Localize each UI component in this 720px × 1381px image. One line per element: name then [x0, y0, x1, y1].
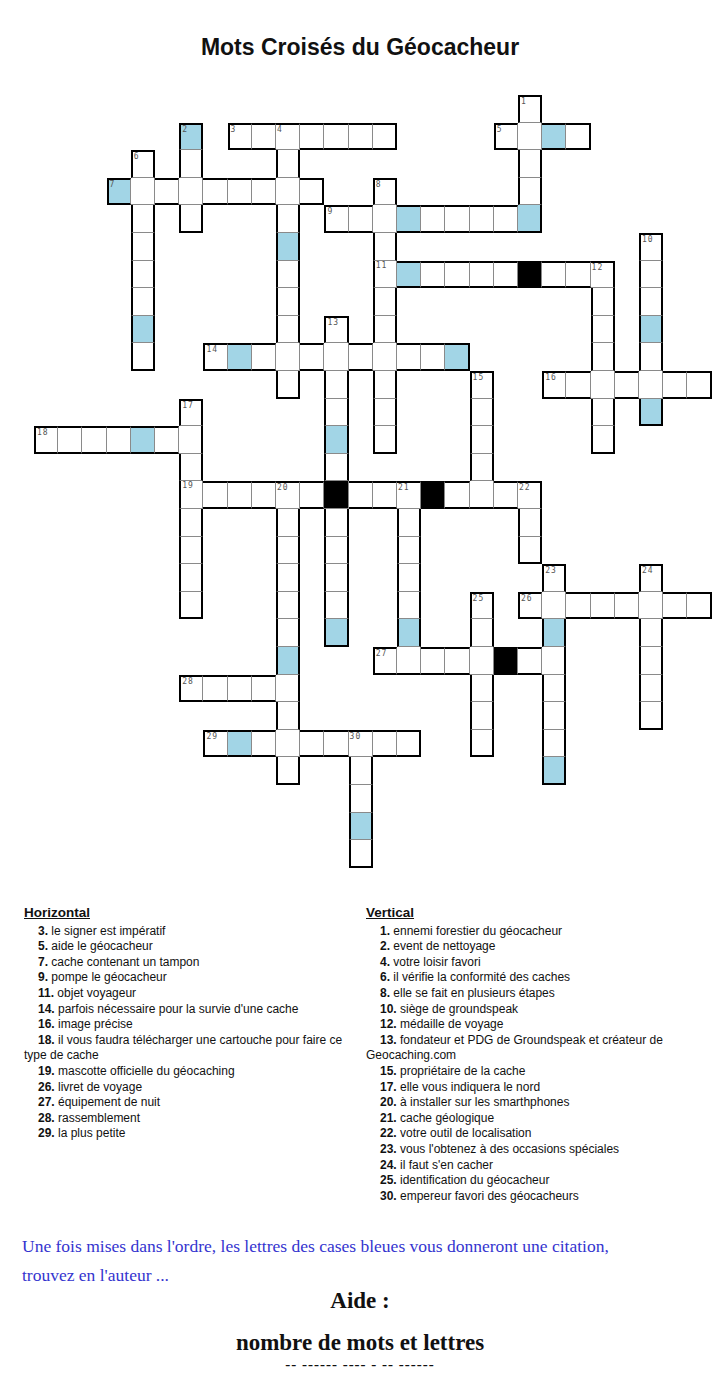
clue-number: 11. [38, 986, 54, 1000]
grid-cell[interactable] [82, 426, 106, 454]
grid-cell[interactable] [349, 757, 373, 785]
grid-cell[interactable] [276, 592, 300, 620]
grid-cell[interactable] [542, 592, 566, 620]
blue-citation-cell[interactable] [228, 343, 252, 371]
clue-item: 9. pompe le géocacheur [24, 970, 359, 986]
clue-item: 26. livret de voyage [24, 1080, 359, 1096]
clue-number: 7. [38, 955, 48, 969]
across-clues: Horizontal 3. le signer est impératif5. … [24, 905, 359, 1142]
grid-cell[interactable] [615, 592, 639, 620]
grid-cell[interactable] [179, 537, 203, 565]
citation-line-2: trouvez en l'auteur ... [22, 1261, 712, 1290]
grid-cell[interactable] [179, 509, 203, 537]
grid-cell[interactable] [615, 371, 639, 399]
clue-number: 29. [38, 1126, 55, 1140]
grid-cell[interactable]: 27 [373, 647, 397, 675]
cell-number: 23 [545, 566, 557, 575]
grid-cell[interactable]: 10 [639, 233, 663, 261]
grid-cell[interactable]: 13 [324, 316, 348, 344]
blue-citation-cell[interactable] [397, 205, 421, 233]
grid-cell[interactable] [470, 454, 494, 482]
grid-cell[interactable] [228, 178, 252, 206]
grid-cell[interactable]: 18 [34, 426, 58, 454]
clue-item: 3. le signer est impératif [24, 924, 359, 940]
grid-cell[interactable] [324, 730, 348, 758]
grid-cell[interactable] [566, 371, 590, 399]
cell-number: 3 [231, 125, 237, 134]
grid-cell[interactable] [324, 454, 348, 482]
grid-cell[interactable]: 21 [397, 481, 421, 509]
grid-cell[interactable] [470, 205, 494, 233]
grid-cell[interactable]: 14 [203, 343, 227, 371]
grid-cell[interactable] [179, 592, 203, 620]
cell-number: 1 [521, 97, 527, 106]
black-cell [494, 647, 518, 675]
grid-cell[interactable] [397, 343, 421, 371]
grid-cell[interactable]: 11 [373, 261, 397, 289]
grid-cell[interactable] [276, 371, 300, 399]
cell-number: 15 [473, 373, 485, 382]
blue-citation-cell[interactable] [276, 233, 300, 261]
cell-number: 11 [376, 261, 388, 270]
grid-cell[interactable] [252, 343, 276, 371]
grid-cell[interactable]: 4 [276, 123, 300, 151]
grid-cell[interactable] [663, 371, 687, 399]
grid-cell[interactable] [131, 178, 155, 206]
grid-cell[interactable] [276, 288, 300, 316]
clue-item: 13. fondateur et PDG de Groundspeak et c… [366, 1033, 716, 1064]
grid-cell[interactable] [518, 647, 542, 675]
grid-cell[interactable] [542, 675, 566, 703]
clue-number: 18. [38, 1033, 55, 1047]
cell-number: 22 [519, 483, 531, 492]
grid-cell[interactable]: 30 [349, 730, 373, 758]
grid-cell[interactable] [349, 123, 373, 151]
blue-citation-cell[interactable] [639, 399, 663, 427]
cell-number: 8 [376, 180, 382, 189]
grid-cell[interactable]: 22 [518, 481, 542, 509]
grid-cell[interactable] [179, 150, 203, 178]
clue-number: 21. [380, 1111, 397, 1125]
clue-item: 7. cache contenant un tampon [24, 955, 359, 971]
blue-citation-cell[interactable]: 7 [107, 178, 131, 206]
cell-number: 7 [110, 180, 116, 189]
clue-number: 25. [380, 1173, 397, 1187]
grid-cell[interactable] [252, 123, 276, 151]
grid-cell[interactable] [373, 371, 397, 399]
citation-instructions: Une fois mises dans l'ordre, les lettres… [22, 1232, 712, 1290]
clue-item: 14. parfois nécessaire pour la survie d'… [24, 1002, 359, 1018]
grid-cell[interactable] [324, 564, 348, 592]
clue-item: 19. mascotte officielle du géocaching [24, 1064, 359, 1080]
grid-cell[interactable] [131, 288, 155, 316]
grid-cell[interactable] [373, 233, 397, 261]
grid-cell[interactable] [276, 730, 300, 758]
grid-cell[interactable] [324, 123, 348, 151]
grid-cell[interactable]: 1 [518, 95, 542, 123]
grid-cell[interactable] [349, 840, 373, 868]
grid-cell[interactable] [470, 675, 494, 703]
grid-cell[interactable] [494, 205, 518, 233]
cell-number: 30 [350, 732, 362, 741]
grid-cell[interactable] [349, 343, 373, 371]
grid-cell[interactable] [591, 343, 615, 371]
grid-cell[interactable] [276, 619, 300, 647]
letter-pattern: -- ------ ---- - -- ------ [0, 1356, 720, 1373]
grid-cell[interactable] [349, 785, 373, 813]
grid-cell[interactable] [131, 343, 155, 371]
clue-item: 4. votre loisir favori [366, 955, 716, 971]
grid-cell[interactable] [518, 150, 542, 178]
grid-cell[interactable] [373, 343, 397, 371]
grid-cell[interactable]: 17 [179, 399, 203, 427]
grid-cell[interactable]: 25 [470, 592, 494, 620]
grid-cell[interactable] [228, 675, 252, 703]
grid-cell[interactable] [373, 426, 397, 454]
clue-number: 16. [38, 1017, 55, 1031]
cell-number: 5 [497, 125, 503, 134]
grid-cell[interactable] [421, 647, 445, 675]
blue-citation-cell[interactable] [228, 730, 252, 758]
blue-citation-cell[interactable] [276, 647, 300, 675]
blue-citation-cell[interactable] [349, 813, 373, 841]
grid-cell[interactable] [300, 343, 324, 371]
grid-cell[interactable] [373, 123, 397, 151]
clue-item: 24. il faut s'en cacher [366, 1158, 716, 1174]
clue-item: 29. la plus petite [24, 1126, 359, 1142]
clue-number: 24. [380, 1158, 397, 1172]
grid-cell[interactable] [566, 123, 590, 151]
clue-number: 1. [380, 924, 390, 938]
blue-citation-cell[interactable] [542, 123, 566, 151]
grid-cell[interactable]: 28 [179, 675, 203, 703]
grid-cell[interactable] [494, 481, 518, 509]
blue-citation-cell[interactable] [518, 205, 542, 233]
grid-cell[interactable] [179, 205, 203, 233]
blue-citation-cell[interactable] [542, 619, 566, 647]
grid-cell[interactable]: 8 [373, 178, 397, 206]
grid-cell[interactable] [179, 454, 203, 482]
grid-cell[interactable] [470, 730, 494, 758]
cell-number: 18 [37, 428, 49, 437]
grid-cell[interactable] [276, 178, 300, 206]
citation-line-1: Une fois mises dans l'ordre, les lettres… [22, 1232, 712, 1261]
clue-number: 30. [380, 1189, 397, 1203]
grid-cell[interactable] [639, 261, 663, 289]
grid-cell[interactable] [542, 702, 566, 730]
grid-cell[interactable] [373, 316, 397, 344]
grid-cell[interactable] [470, 481, 494, 509]
grid-cell[interactable] [566, 261, 590, 289]
grid-cell[interactable] [518, 537, 542, 565]
grid-cell[interactable]: 29 [203, 730, 227, 758]
clue-item: 17. elle vous indiquera le nord [366, 1080, 716, 1096]
grid-cell[interactable] [252, 178, 276, 206]
grid-cell[interactable]: 15 [470, 371, 494, 399]
grid-cell[interactable] [397, 537, 421, 565]
clue-number: 28. [38, 1111, 55, 1125]
blue-citation-cell[interactable] [131, 316, 155, 344]
blue-citation-cell[interactable] [397, 619, 421, 647]
cell-number: 12 [592, 263, 604, 272]
cell-number: 19 [182, 481, 194, 490]
clue-number: 3. [38, 924, 48, 938]
clue-item: 15. propriétaire de la cache [366, 1064, 716, 1080]
grid-cell[interactable] [542, 647, 566, 675]
grid-cell[interactable] [639, 647, 663, 675]
help-heading: Aide : [0, 1288, 720, 1314]
grid-cell[interactable] [276, 150, 300, 178]
clue-number: 22. [380, 1126, 397, 1140]
clue-number: 17. [380, 1080, 397, 1094]
down-clues-title: Vertical [366, 905, 716, 921]
clue-item: 5. aide le géocacheur [24, 939, 359, 955]
grid-cell[interactable] [203, 481, 227, 509]
cell-number: 4 [277, 125, 283, 134]
crossword-grid: 1234567891011121314151617181920212223242… [34, 95, 712, 869]
grid-cell[interactable] [397, 592, 421, 620]
page-title: Mots Croisés du Géocacheur [0, 34, 720, 61]
cell-number: 17 [182, 401, 194, 410]
grid-cell[interactable] [663, 592, 687, 620]
grid-cell[interactable]: 6 [131, 150, 155, 178]
grid-cell[interactable] [179, 178, 203, 206]
grid-cell[interactable] [591, 316, 615, 344]
grid-cell[interactable] [300, 730, 324, 758]
grid-cell[interactable] [107, 426, 131, 454]
clue-number: 12. [380, 1017, 397, 1031]
cell-number: 26 [521, 594, 533, 603]
grid-cell[interactable] [276, 316, 300, 344]
grid-cell[interactable] [300, 481, 324, 509]
grid-cell[interactable] [252, 730, 276, 758]
clue-item: 28. rassemblement [24, 1111, 359, 1127]
grid-cell[interactable] [687, 371, 711, 399]
grid-cell[interactable] [445, 261, 469, 289]
grid-cell[interactable] [349, 205, 373, 233]
grid-cell[interactable] [373, 399, 397, 427]
across-clues-title: Horizontal [24, 905, 359, 921]
grid-cell[interactable]: 5 [494, 123, 518, 151]
grid-cell[interactable] [639, 592, 663, 620]
grid-cell[interactable] [397, 647, 421, 675]
grid-cell[interactable] [591, 426, 615, 454]
clue-item: 12. médaille de voyage [366, 1017, 716, 1033]
grid-cell[interactable] [276, 702, 300, 730]
clue-item: 25. identification du géocacheur [366, 1173, 716, 1189]
clue-item: 27. équipement de nuit [24, 1095, 359, 1111]
clue-item: 30. empereur favori des géocacheurs [366, 1189, 716, 1205]
clue-item: 22. votre outil de localisation [366, 1126, 716, 1142]
grid-cell[interactable] [421, 205, 445, 233]
grid-cell[interactable] [276, 675, 300, 703]
grid-cell[interactable] [591, 288, 615, 316]
grid-cell[interactable] [324, 537, 348, 565]
grid-cell[interactable]: 9 [324, 205, 348, 233]
grid-cell[interactable] [300, 123, 324, 151]
grid-cell[interactable] [639, 702, 663, 730]
clue-number: 8. [380, 986, 390, 1000]
grid-cell[interactable] [276, 757, 300, 785]
blue-citation-cell[interactable] [324, 619, 348, 647]
grid-cell[interactable] [397, 509, 421, 537]
grid-cell[interactable] [687, 592, 711, 620]
grid-cell[interactable] [203, 178, 227, 206]
blue-citation-cell[interactable] [542, 757, 566, 785]
grid-cell[interactable] [179, 426, 203, 454]
clue-item: 11. objet voyageur [24, 986, 359, 1002]
grid-cell[interactable] [131, 261, 155, 289]
grid-cell[interactable] [470, 702, 494, 730]
grid-cell[interactable] [228, 481, 252, 509]
cell-number: 6 [134, 152, 140, 161]
grid-cell[interactable] [324, 399, 348, 427]
grid-cell[interactable] [639, 619, 663, 647]
grid-cell[interactable] [276, 509, 300, 537]
grid-cell[interactable] [155, 426, 179, 454]
cell-number: 27 [376, 649, 388, 658]
grid-cell[interactable] [470, 399, 494, 427]
grid-cell[interactable] [421, 261, 445, 289]
clue-item: 8. elle se fait en plusieurs étapes [366, 986, 716, 1002]
grid-cell[interactable] [58, 426, 82, 454]
grid-cell[interactable] [445, 481, 469, 509]
blue-citation-cell[interactable] [324, 426, 348, 454]
cell-number: 20 [277, 483, 289, 492]
grid-cell[interactable]: 12 [591, 261, 615, 289]
clue-item: 6. il vérifie la conformité des caches [366, 970, 716, 986]
clue-number: 13. [380, 1033, 397, 1047]
clue-number: 5. [38, 939, 48, 953]
grid-cell[interactable] [276, 537, 300, 565]
grid-cell[interactable] [324, 343, 348, 371]
grid-cell[interactable] [131, 233, 155, 261]
grid-cell[interactable] [179, 564, 203, 592]
grid-cell[interactable] [252, 675, 276, 703]
cell-number: 9 [327, 207, 333, 216]
cell-number: 21 [398, 483, 410, 492]
grid-cell[interactable] [276, 564, 300, 592]
grid-cell[interactable] [155, 178, 179, 206]
grid-cell[interactable] [542, 730, 566, 758]
grid-cell[interactable] [518, 123, 542, 151]
grid-cell[interactable]: 19 [179, 481, 203, 509]
grid-cell[interactable]: 23 [542, 564, 566, 592]
grid-cell[interactable] [518, 178, 542, 206]
grid-cell[interactable] [373, 205, 397, 233]
grid-cell[interactable] [639, 675, 663, 703]
blue-citation-cell[interactable] [445, 343, 469, 371]
grid-cell[interactable] [373, 481, 397, 509]
grid-cell[interactable]: 16 [542, 371, 566, 399]
cell-number: 24 [642, 566, 654, 575]
grid-cell[interactable] [397, 564, 421, 592]
word-count-heading: nombre de mots et lettres [0, 1330, 720, 1356]
clue-number: 15. [380, 1064, 397, 1078]
grid-cell[interactable] [470, 619, 494, 647]
black-cell [324, 481, 348, 509]
blue-citation-cell[interactable] [397, 261, 421, 289]
clue-item: 1. ennemi forestier du géocacheur [366, 924, 716, 940]
down-clues: Vertical 1. ennemi forestier du géocache… [366, 905, 716, 1204]
grid-cell[interactable] [542, 261, 566, 289]
grid-cell[interactable] [518, 509, 542, 537]
grid-cell[interactable] [276, 343, 300, 371]
clue-number: 6. [380, 970, 390, 984]
grid-cell[interactable] [203, 675, 227, 703]
page: Mots Croisés du Géocacheur 1234567891011… [0, 0, 720, 1381]
blue-citation-cell[interactable] [639, 316, 663, 344]
grid-cell[interactable] [639, 343, 663, 371]
grid-cell[interactable] [324, 371, 348, 399]
cell-number: 25 [473, 594, 485, 603]
clue-number: 19. [38, 1064, 55, 1078]
grid-cell[interactable] [252, 481, 276, 509]
grid-cell[interactable] [494, 261, 518, 289]
blue-citation-cell[interactable] [131, 426, 155, 454]
clue-number: 10. [380, 1002, 397, 1016]
grid-cell[interactable] [591, 399, 615, 427]
grid-cell[interactable] [470, 426, 494, 454]
grid-cell[interactable] [639, 288, 663, 316]
grid-cell[interactable] [276, 261, 300, 289]
grid-cell[interactable] [470, 261, 494, 289]
grid-cell[interactable] [566, 592, 590, 620]
grid-cell[interactable] [373, 730, 397, 758]
across-clues-list: 3. le signer est impératif5. aide le géo… [24, 924, 359, 1142]
grid-cell[interactable] [349, 481, 373, 509]
cell-number: 16 [545, 373, 557, 382]
grid-cell[interactable] [470, 647, 494, 675]
cell-number: 13 [327, 318, 339, 327]
grid-cell[interactable]: 20 [276, 481, 300, 509]
clue-number: 27. [38, 1095, 55, 1109]
cell-number: 2 [182, 125, 188, 134]
grid-cell[interactable] [300, 178, 324, 206]
grid-cell[interactable] [276, 205, 300, 233]
clue-item: 23. vous l'obtenez à des occasions spéci… [366, 1142, 716, 1158]
grid-cell[interactable] [421, 343, 445, 371]
grid-cell[interactable]: 26 [518, 592, 542, 620]
clue-item: 21. cache géologique [366, 1111, 716, 1127]
cell-number: 14 [206, 345, 218, 354]
cell-number: 10 [642, 235, 654, 244]
clue-item: 16. image précise [24, 1017, 359, 1033]
clue-number: 2. [380, 939, 390, 953]
grid-cell[interactable] [591, 371, 615, 399]
black-cell [518, 261, 542, 289]
grid-cell[interactable] [445, 647, 469, 675]
clue-item: 20. à installer sur les smarthphones [366, 1095, 716, 1111]
grid-cell[interactable] [445, 205, 469, 233]
down-clues-list: 1. ennemi forestier du géocacheur2. even… [366, 924, 716, 1205]
grid-cell[interactable]: 24 [639, 564, 663, 592]
grid-cell[interactable] [324, 592, 348, 620]
grid-cell[interactable] [397, 730, 421, 758]
clue-item: 2. event de nettoyage [366, 939, 716, 955]
black-cell [421, 481, 445, 509]
grid-cell[interactable] [373, 288, 397, 316]
blue-citation-cell[interactable]: 2 [179, 123, 203, 151]
grid-cell[interactable]: 3 [228, 123, 252, 151]
clue-number: 26. [38, 1080, 55, 1094]
cell-number: 28 [182, 677, 194, 686]
grid-cell[interactable] [591, 592, 615, 620]
grid-cell[interactable] [324, 509, 348, 537]
grid-cell[interactable] [131, 205, 155, 233]
grid-cell[interactable] [639, 371, 663, 399]
clue-number: 9. [38, 970, 48, 984]
